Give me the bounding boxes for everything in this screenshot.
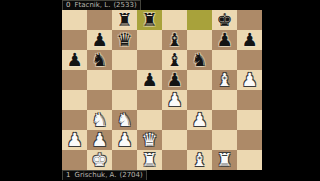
black-pawn-b7: ♟ [87, 30, 112, 50]
square-b6[interactable]: ♞ [87, 50, 112, 70]
square-a8[interactable] [62, 10, 87, 30]
square-c8[interactable]: ♜ [112, 10, 137, 30]
square-g7[interactable]: ♟ [212, 30, 237, 50]
black-knight-b6: ♞ [87, 50, 112, 70]
white-queen-d2: ♛ [137, 130, 162, 150]
square-g5[interactable]: ♝ [212, 70, 237, 90]
white-pawn-b2: ♟ [87, 130, 112, 150]
black-bishop-e7: ♝ [162, 30, 187, 50]
square-d2[interactable]: ♛ [137, 130, 162, 150]
square-h1[interactable] [237, 150, 262, 170]
black-pawn-h7: ♟ [237, 30, 262, 50]
player-bottom-label: 1 Grischuk, A. (2704) [62, 170, 147, 181]
white-pawn-f3: ♟ [187, 110, 212, 130]
white-pawn-e4: ♟ [162, 90, 187, 110]
chess-board[interactable]: ♜♜♚♟♛♝♟♟♟♞♝♞♟♟♝♟♟♞♞♟♟♟♟♛♚♜♝♜ [62, 10, 262, 170]
square-h5[interactable]: ♟ [237, 70, 262, 90]
player-top-label: 0 Ftacnik, L. (2533) [62, 0, 141, 11]
square-e6[interactable]: ♝ [162, 50, 187, 70]
black-pawn-e5: ♟ [162, 70, 187, 90]
square-d4[interactable] [137, 90, 162, 110]
square-h6[interactable] [237, 50, 262, 70]
player-top-rating: (2533) [113, 1, 136, 10]
square-c4[interactable] [112, 90, 137, 110]
square-f6[interactable]: ♞ [187, 50, 212, 70]
square-b5[interactable] [87, 70, 112, 90]
square-a6[interactable]: ♟ [62, 50, 87, 70]
square-a5[interactable] [62, 70, 87, 90]
square-c3[interactable]: ♞ [112, 110, 137, 130]
square-d7[interactable] [137, 30, 162, 50]
square-f4[interactable] [187, 90, 212, 110]
black-bishop-e6: ♝ [162, 50, 187, 70]
square-g2[interactable] [212, 130, 237, 150]
square-a1[interactable] [62, 150, 87, 170]
square-e8[interactable] [162, 10, 187, 30]
black-pawn-d5: ♟ [137, 70, 162, 90]
square-c7[interactable]: ♛ [112, 30, 137, 50]
chess-broadcast-view: 0 Ftacnik, L. (2533) ♜♜♚♟♛♝♟♟♟♞♝♞♟♟♝♟♟♞♞… [0, 0, 320, 180]
white-pawn-h5: ♟ [237, 70, 262, 90]
square-d6[interactable] [137, 50, 162, 70]
square-b7[interactable]: ♟ [87, 30, 112, 50]
square-d3[interactable] [137, 110, 162, 130]
square-e1[interactable] [162, 150, 187, 170]
black-rook-d8: ♜ [137, 10, 162, 30]
player-top-bar: 0 Ftacnik, L. (2533) [62, 0, 262, 10]
white-rook-d1: ♜ [137, 150, 162, 170]
square-f2[interactable] [187, 130, 212, 150]
square-h7[interactable]: ♟ [237, 30, 262, 50]
square-d5[interactable]: ♟ [137, 70, 162, 90]
square-e4[interactable]: ♟ [162, 90, 187, 110]
square-b8[interactable] [87, 10, 112, 30]
square-d1[interactable]: ♜ [137, 150, 162, 170]
square-f5[interactable] [187, 70, 212, 90]
square-h3[interactable] [237, 110, 262, 130]
white-bishop-f1: ♝ [187, 150, 212, 170]
square-f1[interactable]: ♝ [187, 150, 212, 170]
black-knight-f6: ♞ [187, 50, 212, 70]
square-e7[interactable]: ♝ [162, 30, 187, 50]
square-h8[interactable] [237, 10, 262, 30]
square-g8[interactable]: ♚ [212, 10, 237, 30]
square-e2[interactable] [162, 130, 187, 150]
square-a7[interactable] [62, 30, 87, 50]
white-rook-g1: ♜ [212, 150, 237, 170]
square-b1[interactable]: ♚ [87, 150, 112, 170]
square-g1[interactable]: ♜ [212, 150, 237, 170]
player-top-result: 0 [66, 1, 70, 10]
white-pawn-c2: ♟ [112, 130, 137, 150]
white-king-b1: ♚ [87, 150, 112, 170]
square-b4[interactable] [87, 90, 112, 110]
square-f8[interactable] [187, 10, 212, 30]
square-a2[interactable]: ♟ [62, 130, 87, 150]
white-pawn-a2: ♟ [62, 130, 87, 150]
square-h2[interactable] [237, 130, 262, 150]
square-g3[interactable] [212, 110, 237, 130]
square-g6[interactable] [212, 50, 237, 70]
square-d8[interactable]: ♜ [137, 10, 162, 30]
square-b2[interactable]: ♟ [87, 130, 112, 150]
player-top-name: Ftacnik, L. [74, 1, 110, 10]
square-f7[interactable] [187, 30, 212, 50]
black-rook-c8: ♜ [112, 10, 137, 30]
square-c5[interactable] [112, 70, 137, 90]
player-bottom-rating: (2704) [119, 171, 142, 180]
square-e3[interactable] [162, 110, 187, 130]
black-pawn-a6: ♟ [62, 50, 87, 70]
square-g4[interactable] [212, 90, 237, 110]
player-bottom-name: Grischuk, A. [74, 171, 116, 180]
square-b3[interactable]: ♞ [87, 110, 112, 130]
square-c6[interactable] [112, 50, 137, 70]
square-f3[interactable]: ♟ [187, 110, 212, 130]
black-pawn-g7: ♟ [212, 30, 237, 50]
square-e5[interactable]: ♟ [162, 70, 187, 90]
square-a3[interactable] [62, 110, 87, 130]
square-a4[interactable] [62, 90, 87, 110]
square-c1[interactable] [112, 150, 137, 170]
white-bishop-g5: ♝ [212, 70, 237, 90]
white-knight-c3: ♞ [112, 110, 137, 130]
black-king-g8: ♚ [212, 10, 237, 30]
black-queen-c7: ♛ [112, 30, 137, 50]
player-bottom-bar: 1 Grischuk, A. (2704) [62, 170, 262, 180]
square-c2[interactable]: ♟ [112, 130, 137, 150]
square-h4[interactable] [237, 90, 262, 110]
white-knight-b3: ♞ [87, 110, 112, 130]
player-bottom-result: 1 [66, 171, 70, 180]
